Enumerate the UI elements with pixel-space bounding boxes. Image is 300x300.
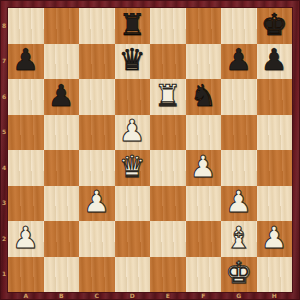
square-g8[interactable] [221,8,257,44]
square-e1[interactable] [150,257,186,293]
square-f8[interactable] [186,8,222,44]
square-d3[interactable] [115,186,151,222]
square-c3[interactable]: ♟ [79,186,115,222]
file-labels: ABCDEFGH [8,292,292,300]
square-g3[interactable]: ♟ [221,186,257,222]
piece-white-pawn-c3[interactable]: ♟ [83,187,110,217]
rank-label-8: 8 [0,8,8,44]
square-b5[interactable] [44,115,80,151]
square-a7[interactable]: ♟ [8,44,44,80]
rank-label-7: 7 [0,44,8,80]
square-f4[interactable]: ♟ [186,150,222,186]
square-a1[interactable] [8,257,44,293]
file-label-d: D [115,292,151,300]
piece-black-pawn-b6[interactable]: ♟ [48,81,75,111]
square-f6[interactable]: ♞ [186,79,222,115]
file-label-e: E [150,292,186,300]
piece-white-queen-d4[interactable]: ♛ [119,152,146,182]
chessboard-frame: ♜♚♟♛♟♟♟♜♞♟♛♟♟♟♟♝♟♚ 87654321 ABCDEFGH [0,0,300,300]
square-e2[interactable] [150,221,186,257]
square-c1[interactable] [79,257,115,293]
square-h4[interactable] [257,150,293,186]
square-f3[interactable] [186,186,222,222]
square-d5[interactable]: ♟ [115,115,151,151]
square-g1[interactable]: ♚ [221,257,257,293]
piece-black-pawn-g7[interactable]: ♟ [225,45,252,75]
square-g7[interactable]: ♟ [221,44,257,80]
square-a6[interactable] [8,79,44,115]
square-b2[interactable] [44,221,80,257]
square-h5[interactable] [257,115,293,151]
square-f7[interactable] [186,44,222,80]
rank-label-1: 1 [0,257,8,293]
square-f2[interactable] [186,221,222,257]
file-label-c: C [79,292,115,300]
square-e8[interactable] [150,8,186,44]
piece-white-pawn-h2[interactable]: ♟ [261,223,288,253]
rank-label-6: 6 [0,79,8,115]
piece-black-pawn-a7[interactable]: ♟ [12,45,39,75]
square-d8[interactable]: ♜ [115,8,151,44]
square-b3[interactable] [44,186,80,222]
piece-white-pawn-f4[interactable]: ♟ [190,152,217,182]
square-h3[interactable] [257,186,293,222]
rank-label-2: 2 [0,221,8,257]
square-c8[interactable] [79,8,115,44]
square-b6[interactable]: ♟ [44,79,80,115]
square-d4[interactable]: ♛ [115,150,151,186]
piece-white-rook-e6[interactable]: ♜ [154,81,181,111]
square-a2[interactable]: ♟ [8,221,44,257]
rank-labels: 87654321 [0,8,8,292]
square-a5[interactable] [8,115,44,151]
square-c2[interactable] [79,221,115,257]
square-g5[interactable] [221,115,257,151]
square-g6[interactable] [221,79,257,115]
square-b1[interactable] [44,257,80,293]
file-label-h: H [257,292,293,300]
square-c7[interactable] [79,44,115,80]
square-c5[interactable] [79,115,115,151]
square-b4[interactable] [44,150,80,186]
square-g4[interactable] [221,150,257,186]
square-b8[interactable] [44,8,80,44]
square-f5[interactable] [186,115,222,151]
board: ♜♚♟♛♟♟♟♜♞♟♛♟♟♟♟♝♟♚ [8,8,292,292]
rank-label-4: 4 [0,150,8,186]
square-b7[interactable] [44,44,80,80]
square-a8[interactable] [8,8,44,44]
piece-white-pawn-g3[interactable]: ♟ [225,187,252,217]
square-e5[interactable] [150,115,186,151]
square-g2[interactable]: ♝ [221,221,257,257]
square-c4[interactable] [79,150,115,186]
square-a3[interactable] [8,186,44,222]
file-label-f: F [186,292,222,300]
square-h1[interactable] [257,257,293,293]
square-e3[interactable] [150,186,186,222]
square-d1[interactable] [115,257,151,293]
square-e6[interactable]: ♜ [150,79,186,115]
piece-black-rook-d8[interactable]: ♜ [119,10,146,40]
square-c6[interactable] [79,79,115,115]
piece-white-pawn-a2[interactable]: ♟ [12,223,39,253]
piece-white-pawn-d5[interactable]: ♟ [119,116,146,146]
square-e4[interactable] [150,150,186,186]
square-h2[interactable]: ♟ [257,221,293,257]
piece-black-king-h8[interactable]: ♚ [261,10,288,40]
square-h6[interactable] [257,79,293,115]
square-f1[interactable] [186,257,222,293]
rank-label-5: 5 [0,115,8,151]
file-label-b: B [44,292,80,300]
square-h8[interactable]: ♚ [257,8,293,44]
piece-black-queen-d7[interactable]: ♛ [119,45,146,75]
square-d7[interactable]: ♛ [115,44,151,80]
square-h7[interactable]: ♟ [257,44,293,80]
square-d6[interactable] [115,79,151,115]
piece-black-knight-f6[interactable]: ♞ [190,81,217,111]
piece-black-pawn-h7[interactable]: ♟ [261,45,288,75]
square-d2[interactable] [115,221,151,257]
square-a4[interactable] [8,150,44,186]
rank-label-3: 3 [0,186,8,222]
file-label-a: A [8,292,44,300]
square-e7[interactable] [150,44,186,80]
piece-white-bishop-g2[interactable]: ♝ [225,223,252,253]
file-label-g: G [221,292,257,300]
piece-white-king-g1[interactable]: ♚ [225,258,252,288]
